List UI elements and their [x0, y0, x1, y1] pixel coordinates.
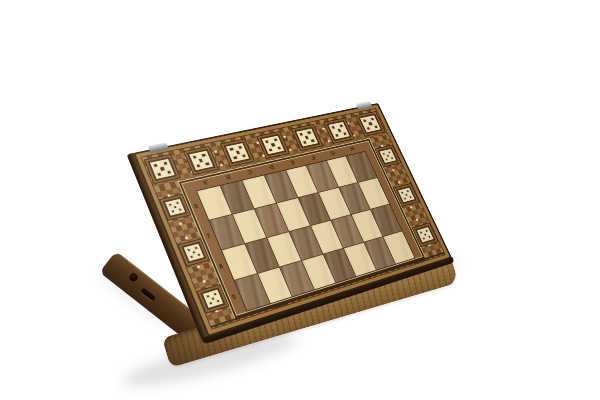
die-dot [204, 161, 210, 166]
dice-inlay-icon [327, 120, 352, 141]
dice-inlay-icon [181, 242, 206, 264]
latch-slot [140, 288, 156, 302]
die-dot [170, 210, 175, 214]
dice-inlay-icon [294, 127, 320, 149]
die-dot [156, 172, 162, 177]
dice-inlay-icon [415, 225, 436, 244]
dice-inlay-icon [147, 157, 177, 181]
die-dot [208, 301, 213, 306]
die-dot [189, 255, 194, 260]
dice-inlay-icon [396, 186, 417, 204]
die-dot [264, 139, 270, 144]
dice-inlay-icon [378, 147, 399, 165]
die-dot [276, 146, 282, 151]
die-dot [390, 156, 394, 160]
latch-hole [128, 272, 139, 283]
dice-inlay-icon [163, 197, 188, 218]
die-dot [342, 131, 347, 136]
die-dot [241, 153, 247, 158]
die-dot [298, 132, 304, 137]
die-dot [195, 163, 201, 168]
die-dot [373, 125, 378, 129]
dice-inlay-icon [260, 134, 287, 156]
die-dot [232, 155, 238, 160]
die-dot [409, 195, 413, 199]
dice-inlay-icon [200, 287, 225, 310]
die-dot [403, 197, 407, 201]
die-dot [191, 155, 197, 160]
die-dot [334, 133, 340, 138]
die-dot [205, 294, 210, 299]
die-dot [152, 163, 158, 168]
die-dot [167, 202, 172, 206]
die-dot [422, 237, 426, 241]
product-photo: ABCDEFGH 8765 [0, 0, 600, 400]
die-dot [268, 147, 274, 152]
die-dot [331, 125, 337, 130]
dice-inlay-icon [224, 141, 252, 164]
die-dot [178, 208, 183, 212]
die-dot [197, 253, 202, 258]
die-dot [229, 147, 235, 152]
die-dot [384, 158, 388, 162]
die-dot [366, 126, 371, 130]
die-dot [362, 119, 367, 123]
die-dot [216, 299, 221, 304]
die-dot [302, 140, 308, 145]
die-dot [428, 235, 432, 239]
dice-inlay-icon [358, 114, 383, 135]
die-dot [166, 170, 172, 175]
dice-inlay-icon [187, 149, 216, 172]
die-dot [310, 138, 316, 143]
die-dot [186, 248, 191, 253]
